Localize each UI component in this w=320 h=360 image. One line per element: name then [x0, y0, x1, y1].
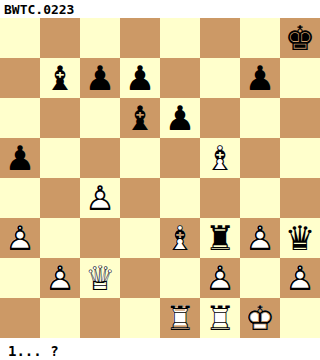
square-b2[interactable]: ♟♙ — [40, 258, 80, 298]
square-a2[interactable] — [0, 258, 40, 298]
square-e4[interactable] — [160, 178, 200, 218]
move-prompt: 1... ? — [0, 338, 320, 360]
square-c5[interactable] — [80, 138, 120, 178]
square-g5[interactable] — [240, 138, 280, 178]
square-h2[interactable]: ♟♙ — [280, 258, 320, 298]
square-g1[interactable]: ♚♔ — [240, 298, 280, 338]
square-g7[interactable]: ♟ — [240, 58, 280, 98]
square-c6[interactable] — [80, 98, 120, 138]
square-c1[interactable] — [80, 298, 120, 338]
square-f4[interactable] — [200, 178, 240, 218]
white-rook: ♜♖ — [200, 298, 240, 338]
square-h3[interactable]: ♛ — [280, 218, 320, 258]
piece-outline: ♙ — [200, 258, 240, 298]
white-pawn: ♟♙ — [200, 258, 240, 298]
square-h6[interactable] — [280, 98, 320, 138]
piece-outline: ♙ — [80, 178, 120, 218]
black-pawn: ♟ — [160, 98, 200, 138]
square-b5[interactable] — [40, 138, 80, 178]
piece-outline: ♕ — [80, 258, 120, 298]
white-rook: ♜♖ — [160, 298, 200, 338]
square-b4[interactable] — [40, 178, 80, 218]
square-f8[interactable] — [200, 18, 240, 58]
white-pawn: ♟♙ — [280, 258, 320, 298]
square-e5[interactable] — [160, 138, 200, 178]
square-g6[interactable] — [240, 98, 280, 138]
square-f7[interactable] — [200, 58, 240, 98]
square-d8[interactable] — [120, 18, 160, 58]
piece-outline: ♗ — [160, 218, 200, 258]
square-a7[interactable] — [0, 58, 40, 98]
square-b6[interactable] — [40, 98, 80, 138]
square-c3[interactable] — [80, 218, 120, 258]
square-d1[interactable] — [120, 298, 160, 338]
square-g3[interactable]: ♟♙ — [240, 218, 280, 258]
square-a4[interactable] — [0, 178, 40, 218]
piece-outline: ♙ — [240, 218, 280, 258]
piece-outline: ♙ — [40, 258, 80, 298]
white-king: ♚♔ — [240, 298, 280, 338]
square-a1[interactable] — [0, 298, 40, 338]
black-rook: ♜ — [200, 218, 240, 258]
square-c2[interactable]: ♛♕ — [80, 258, 120, 298]
white-pawn: ♟♙ — [80, 178, 120, 218]
white-bishop: ♝♗ — [200, 138, 240, 178]
white-bishop: ♝♗ — [160, 218, 200, 258]
square-h4[interactable] — [280, 178, 320, 218]
white-queen: ♛♕ — [80, 258, 120, 298]
square-a6[interactable] — [0, 98, 40, 138]
square-d2[interactable] — [120, 258, 160, 298]
square-f1[interactable]: ♜♖ — [200, 298, 240, 338]
diagram-title: BWTC.0223 — [0, 0, 320, 18]
square-g2[interactable] — [240, 258, 280, 298]
square-h1[interactable] — [280, 298, 320, 338]
square-c7[interactable]: ♟ — [80, 58, 120, 98]
piece-outline: ♗ — [200, 138, 240, 178]
square-f5[interactable]: ♝♗ — [200, 138, 240, 178]
chess-board: ♚♝♟♟♟♝♟♟♝♗♟♙♟♙♝♗♜♟♙♛♟♙♛♕♟♙♟♙♜♖♜♖♚♔ — [0, 18, 320, 338]
square-h8[interactable]: ♚ — [280, 18, 320, 58]
square-b7[interactable]: ♝ — [40, 58, 80, 98]
black-pawn: ♟ — [120, 58, 160, 98]
square-a5[interactable]: ♟ — [0, 138, 40, 178]
square-g4[interactable] — [240, 178, 280, 218]
black-king: ♚ — [280, 18, 320, 58]
square-d4[interactable] — [120, 178, 160, 218]
square-h7[interactable] — [280, 58, 320, 98]
chess-diagram: BWTC.0223 ♚♝♟♟♟♝♟♟♝♗♟♙♟♙♝♗♜♟♙♛♟♙♛♕♟♙♟♙♜♖… — [0, 0, 320, 360]
black-pawn: ♟ — [80, 58, 120, 98]
square-e7[interactable] — [160, 58, 200, 98]
piece-outline: ♖ — [200, 298, 240, 338]
square-b3[interactable] — [40, 218, 80, 258]
square-e2[interactable] — [160, 258, 200, 298]
square-b8[interactable] — [40, 18, 80, 58]
black-queen: ♛ — [280, 218, 320, 258]
black-bishop: ♝ — [40, 58, 80, 98]
piece-outline: ♙ — [0, 218, 40, 258]
square-d6[interactable]: ♝ — [120, 98, 160, 138]
piece-outline: ♙ — [280, 258, 320, 298]
black-pawn: ♟ — [0, 138, 40, 178]
square-g8[interactable] — [240, 18, 280, 58]
square-c8[interactable] — [80, 18, 120, 58]
square-a3[interactable]: ♟♙ — [0, 218, 40, 258]
white-pawn: ♟♙ — [240, 218, 280, 258]
piece-outline: ♖ — [160, 298, 200, 338]
square-a8[interactable] — [0, 18, 40, 58]
piece-outline: ♔ — [240, 298, 280, 338]
black-bishop: ♝ — [120, 98, 160, 138]
square-d3[interactable] — [120, 218, 160, 258]
square-f6[interactable] — [200, 98, 240, 138]
square-e8[interactable] — [160, 18, 200, 58]
square-e1[interactable]: ♜♖ — [160, 298, 200, 338]
square-d7[interactable]: ♟ — [120, 58, 160, 98]
black-pawn: ♟ — [240, 58, 280, 98]
square-e6[interactable]: ♟ — [160, 98, 200, 138]
square-f3[interactable]: ♜ — [200, 218, 240, 258]
square-d5[interactable] — [120, 138, 160, 178]
square-f2[interactable]: ♟♙ — [200, 258, 240, 298]
white-pawn: ♟♙ — [40, 258, 80, 298]
square-b1[interactable] — [40, 298, 80, 338]
square-c4[interactable]: ♟♙ — [80, 178, 120, 218]
square-h5[interactable] — [280, 138, 320, 178]
square-e3[interactable]: ♝♗ — [160, 218, 200, 258]
white-pawn: ♟♙ — [0, 218, 40, 258]
